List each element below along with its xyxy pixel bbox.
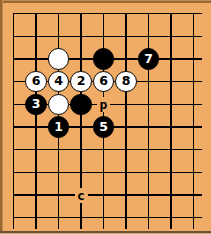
board-frame-top <box>0 0 211 3</box>
grid-line-vertical <box>193 13 194 230</box>
point-label-c: c <box>75 188 88 203</box>
grid-line-vertical <box>125 13 126 230</box>
stone-number: 2 <box>77 75 86 88</box>
stone-number: 6 <box>99 75 108 88</box>
stone-number: 8 <box>122 75 131 88</box>
point-label-p: p <box>97 97 110 112</box>
grid-line-vertical <box>148 13 149 230</box>
stone-number: 6 <box>32 75 41 88</box>
stone-black-5: 5 <box>93 116 115 138</box>
grid-line-vertical <box>13 13 14 230</box>
grid-line-horizontal <box>13 194 203 195</box>
grid-line-vertical <box>35 13 36 230</box>
board-frame-left <box>0 0 3 234</box>
stone-white-6: 6 <box>93 71 115 93</box>
go-board: 764268315pc <box>0 0 211 234</box>
grid-line-horizontal <box>13 172 203 173</box>
stone-number: 7 <box>144 53 153 66</box>
stone-number: 3 <box>32 98 41 111</box>
grid-line-horizontal <box>13 36 203 37</box>
board-frame-bottom <box>0 231 211 234</box>
grid-line-horizontal <box>13 217 203 218</box>
stone-white-4: 4 <box>48 71 70 93</box>
stone-white <box>48 48 70 70</box>
stone-white-8: 8 <box>115 71 137 93</box>
stone-white-6: 6 <box>25 71 47 93</box>
stone-number: 5 <box>99 121 108 134</box>
stone-number: 4 <box>54 75 63 88</box>
stone-black-3: 3 <box>25 94 47 116</box>
stone-number: 1 <box>54 121 63 134</box>
stone-black <box>70 94 92 116</box>
stone-white-2: 2 <box>70 71 92 93</box>
grid-line-horizontal <box>13 149 203 150</box>
grid-line-vertical <box>170 13 171 230</box>
stone-black <box>93 48 115 70</box>
grid-line-horizontal <box>13 13 203 14</box>
stone-white <box>48 94 70 116</box>
stone-black-7: 7 <box>138 48 160 70</box>
stone-black-1: 1 <box>48 116 70 138</box>
